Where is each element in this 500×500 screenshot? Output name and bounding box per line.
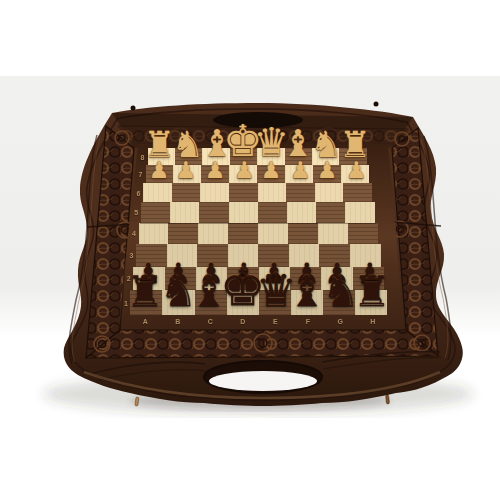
chess-piece-dark-bishop: ♝ [288, 271, 326, 314]
chess-piece-light-pawn: ♟ [290, 159, 311, 182]
product-photo-chess-case: ABCDEFGH12345678 ♜♞♝♚♛♝♞♜♟♟♟♟♟♟♟♟♟♟♟♟♟♟♟… [0, 0, 500, 500]
chess-piece-light-pawn: ♟ [175, 159, 196, 182]
chess-piece-light-pawn: ♟ [346, 159, 367, 182]
chess-piece-light-pawn: ♟ [149, 159, 170, 182]
chess-piece-light-pawn: ♟ [317, 159, 338, 182]
chess-piece-light-pawn: ♟ [234, 159, 255, 182]
chess-piece-light-pawn: ♟ [261, 159, 282, 182]
chess-piece-dark-rook: ♜ [126, 271, 164, 313]
chess-piece-light-pawn: ♟ [205, 159, 226, 182]
chess-piece-dark-rook: ♜ [353, 271, 391, 313]
pieces-layer: ♜♞♝♚♛♝♞♜♟♟♟♟♟♟♟♟♟♟♟♟♟♟♟♟♜♞♝♚♛♝♞♜ [0, 0, 500, 500]
